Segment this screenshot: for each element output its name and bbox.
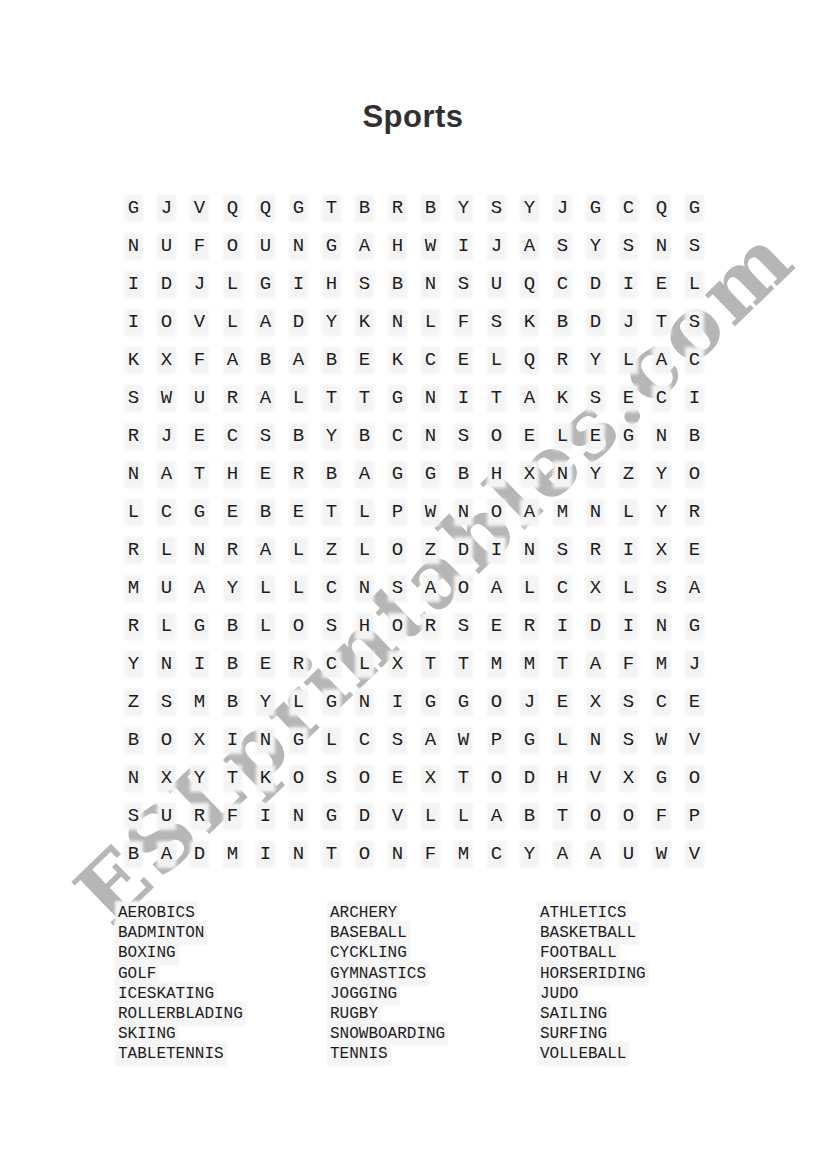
grid-cell-r18c12[interactable]: C bbox=[480, 835, 513, 873]
grid-cell-r2c3[interactable]: F bbox=[183, 227, 216, 265]
grid-cell-r16c8[interactable]: O bbox=[348, 759, 381, 797]
grid-cell-r9c1[interactable]: L bbox=[117, 493, 150, 531]
grid-cell-r10c17[interactable]: X bbox=[645, 531, 678, 569]
grid-cell-r14c17[interactable]: C bbox=[645, 683, 678, 721]
grid-cell-r15c14[interactable]: L bbox=[546, 721, 579, 759]
grid-cell-r6c10[interactable]: N bbox=[414, 379, 447, 417]
grid-cell-r16c7[interactable]: S bbox=[315, 759, 348, 797]
grid-cell-r13c16[interactable]: F bbox=[612, 645, 645, 683]
grid-cell-r1c4[interactable]: Q bbox=[216, 189, 249, 227]
grid-cell-r10c3[interactable]: N bbox=[183, 531, 216, 569]
grid-cell-r14c3[interactable]: M bbox=[183, 683, 216, 721]
grid-cell-r5c13[interactable]: Q bbox=[513, 341, 546, 379]
grid-cell-r6c17[interactable]: C bbox=[645, 379, 678, 417]
grid-cell-r8c18[interactable]: O bbox=[678, 455, 711, 493]
grid-cell-r12c1[interactable]: R bbox=[117, 607, 150, 645]
grid-cell-r17c4[interactable]: F bbox=[216, 797, 249, 835]
grid-cell-r10c6[interactable]: L bbox=[282, 531, 315, 569]
grid-cell-r10c15[interactable]: R bbox=[579, 531, 612, 569]
grid-cell-r17c10[interactable]: L bbox=[414, 797, 447, 835]
grid-cell-r14c8[interactable]: N bbox=[348, 683, 381, 721]
grid-cell-r2c12[interactable]: J bbox=[480, 227, 513, 265]
grid-cell-r7c6[interactable]: B bbox=[282, 417, 315, 455]
grid-cell-r12c16[interactable]: I bbox=[612, 607, 645, 645]
grid-cell-r4c13[interactable]: K bbox=[513, 303, 546, 341]
grid-cell-r8c2[interactable]: A bbox=[150, 455, 183, 493]
grid-cell-r13c7[interactable]: C bbox=[315, 645, 348, 683]
grid-cell-r14c7[interactable]: G bbox=[315, 683, 348, 721]
grid-cell-r10c10[interactable]: Z bbox=[414, 531, 447, 569]
grid-cell-r16c16[interactable]: X bbox=[612, 759, 645, 797]
grid-cell-r9c11[interactable]: N bbox=[447, 493, 480, 531]
grid-cell-r3c7[interactable]: H bbox=[315, 265, 348, 303]
grid-cell-r7c18[interactable]: B bbox=[678, 417, 711, 455]
grid-cell-r3c6[interactable]: I bbox=[282, 265, 315, 303]
grid-cell-r6c5[interactable]: A bbox=[249, 379, 282, 417]
grid-cell-r15c18[interactable]: V bbox=[678, 721, 711, 759]
grid-cell-r3c16[interactable]: I bbox=[612, 265, 645, 303]
grid-cell-r17c16[interactable]: O bbox=[612, 797, 645, 835]
grid-cell-r18c1[interactable]: B bbox=[117, 835, 150, 873]
grid-cell-r8c12[interactable]: H bbox=[480, 455, 513, 493]
grid-cell-r15c1[interactable]: B bbox=[117, 721, 150, 759]
grid-cell-r18c18[interactable]: V bbox=[678, 835, 711, 873]
grid-cell-r5c11[interactable]: E bbox=[447, 341, 480, 379]
grid-cell-r17c15[interactable]: O bbox=[579, 797, 612, 835]
grid-cell-r18c9[interactable]: N bbox=[381, 835, 414, 873]
grid-cell-r16c14[interactable]: H bbox=[546, 759, 579, 797]
grid-cell-r4c3[interactable]: V bbox=[183, 303, 216, 341]
grid-cell-r17c8[interactable]: D bbox=[348, 797, 381, 835]
grid-cell-r6c9[interactable]: G bbox=[381, 379, 414, 417]
grid-cell-r8c6[interactable]: R bbox=[282, 455, 315, 493]
grid-cell-r18c16[interactable]: U bbox=[612, 835, 645, 873]
grid-cell-r2c17[interactable]: N bbox=[645, 227, 678, 265]
grid-cell-r14c11[interactable]: G bbox=[447, 683, 480, 721]
grid-cell-r18c3[interactable]: D bbox=[183, 835, 216, 873]
grid-cell-r18c7[interactable]: T bbox=[315, 835, 348, 873]
grid-cell-r7c17[interactable]: N bbox=[645, 417, 678, 455]
grid-cell-r7c12[interactable]: O bbox=[480, 417, 513, 455]
grid-cell-r15c4[interactable]: I bbox=[216, 721, 249, 759]
grid-cell-r2c1[interactable]: N bbox=[117, 227, 150, 265]
grid-cell-r12c15[interactable]: D bbox=[579, 607, 612, 645]
grid-cell-r1c15[interactable]: G bbox=[579, 189, 612, 227]
grid-cell-r2c10[interactable]: W bbox=[414, 227, 447, 265]
grid-cell-r16c3[interactable]: Y bbox=[183, 759, 216, 797]
grid-cell-r3c12[interactable]: U bbox=[480, 265, 513, 303]
grid-cell-r18c6[interactable]: N bbox=[282, 835, 315, 873]
grid-cell-r5c18[interactable]: C bbox=[678, 341, 711, 379]
grid-cell-r13c5[interactable]: E bbox=[249, 645, 282, 683]
grid-cell-r13c8[interactable]: L bbox=[348, 645, 381, 683]
grid-cell-r14c9[interactable]: I bbox=[381, 683, 414, 721]
grid-cell-r12c17[interactable]: N bbox=[645, 607, 678, 645]
grid-cell-r4c9[interactable]: N bbox=[381, 303, 414, 341]
grid-cell-r8c5[interactable]: E bbox=[249, 455, 282, 493]
grid-cell-r12c8[interactable]: H bbox=[348, 607, 381, 645]
grid-cell-r11c4[interactable]: Y bbox=[216, 569, 249, 607]
grid-cell-r4c1[interactable]: I bbox=[117, 303, 150, 341]
grid-cell-r12c11[interactable]: S bbox=[447, 607, 480, 645]
grid-cell-r7c9[interactable]: C bbox=[381, 417, 414, 455]
grid-cell-r1c7[interactable]: T bbox=[315, 189, 348, 227]
grid-cell-r1c11[interactable]: Y bbox=[447, 189, 480, 227]
grid-cell-r15c16[interactable]: S bbox=[612, 721, 645, 759]
grid-cell-r6c2[interactable]: W bbox=[150, 379, 183, 417]
grid-cell-r9c14[interactable]: M bbox=[546, 493, 579, 531]
grid-cell-r12c3[interactable]: G bbox=[183, 607, 216, 645]
grid-cell-r16c9[interactable]: E bbox=[381, 759, 414, 797]
grid-cell-r18c10[interactable]: F bbox=[414, 835, 447, 873]
grid-cell-r13c13[interactable]: M bbox=[513, 645, 546, 683]
grid-cell-r4c10[interactable]: L bbox=[414, 303, 447, 341]
grid-cell-r9c7[interactable]: T bbox=[315, 493, 348, 531]
grid-cell-r13c10[interactable]: T bbox=[414, 645, 447, 683]
grid-cell-r8c10[interactable]: G bbox=[414, 455, 447, 493]
grid-cell-r4c7[interactable]: Y bbox=[315, 303, 348, 341]
grid-cell-r7c15[interactable]: E bbox=[579, 417, 612, 455]
grid-cell-r17c2[interactable]: U bbox=[150, 797, 183, 835]
grid-cell-r8c13[interactable]: X bbox=[513, 455, 546, 493]
grid-cell-r4c8[interactable]: K bbox=[348, 303, 381, 341]
grid-cell-r12c7[interactable]: S bbox=[315, 607, 348, 645]
grid-cell-r6c11[interactable]: I bbox=[447, 379, 480, 417]
grid-cell-r12c18[interactable]: G bbox=[678, 607, 711, 645]
grid-cell-r6c13[interactable]: A bbox=[513, 379, 546, 417]
grid-cell-r7c13[interactable]: E bbox=[513, 417, 546, 455]
grid-cell-r12c14[interactable]: I bbox=[546, 607, 579, 645]
grid-cell-r17c11[interactable]: L bbox=[447, 797, 480, 835]
grid-cell-r13c15[interactable]: A bbox=[579, 645, 612, 683]
grid-cell-r1c3[interactable]: V bbox=[183, 189, 216, 227]
grid-cell-r9c3[interactable]: G bbox=[183, 493, 216, 531]
grid-cell-r13c1[interactable]: Y bbox=[117, 645, 150, 683]
grid-cell-r14c5[interactable]: Y bbox=[249, 683, 282, 721]
grid-cell-r7c1[interactable]: R bbox=[117, 417, 150, 455]
grid-cell-r9c13[interactable]: A bbox=[513, 493, 546, 531]
grid-cell-r4c2[interactable]: O bbox=[150, 303, 183, 341]
grid-cell-r1c5[interactable]: Q bbox=[249, 189, 282, 227]
grid-cell-r15c17[interactable]: W bbox=[645, 721, 678, 759]
grid-cell-r14c14[interactable]: E bbox=[546, 683, 579, 721]
grid-cell-r12c6[interactable]: O bbox=[282, 607, 315, 645]
grid-cell-r15c9[interactable]: S bbox=[381, 721, 414, 759]
grid-cell-r10c7[interactable]: Z bbox=[315, 531, 348, 569]
grid-cell-r5c10[interactable]: C bbox=[414, 341, 447, 379]
grid-cell-r10c8[interactable]: L bbox=[348, 531, 381, 569]
grid-cell-r11c9[interactable]: S bbox=[381, 569, 414, 607]
grid-cell-r14c6[interactable]: L bbox=[282, 683, 315, 721]
grid-cell-r11c3[interactable]: A bbox=[183, 569, 216, 607]
grid-cell-r15c5[interactable]: N bbox=[249, 721, 282, 759]
grid-cell-r13c6[interactable]: R bbox=[282, 645, 315, 683]
grid-cell-r18c11[interactable]: M bbox=[447, 835, 480, 873]
grid-cell-r6c12[interactable]: T bbox=[480, 379, 513, 417]
grid-cell-r16c17[interactable]: G bbox=[645, 759, 678, 797]
grid-cell-r13c12[interactable]: M bbox=[480, 645, 513, 683]
grid-cell-r3c8[interactable]: S bbox=[348, 265, 381, 303]
grid-cell-r10c14[interactable]: S bbox=[546, 531, 579, 569]
grid-cell-r7c10[interactable]: N bbox=[414, 417, 447, 455]
grid-cell-r13c17[interactable]: M bbox=[645, 645, 678, 683]
grid-cell-r16c6[interactable]: O bbox=[282, 759, 315, 797]
grid-cell-r6c3[interactable]: U bbox=[183, 379, 216, 417]
grid-cell-r9c16[interactable]: L bbox=[612, 493, 645, 531]
grid-cell-r5c17[interactable]: A bbox=[645, 341, 678, 379]
grid-cell-r13c18[interactable]: J bbox=[678, 645, 711, 683]
grid-cell-r5c9[interactable]: K bbox=[381, 341, 414, 379]
grid-cell-r11c2[interactable]: U bbox=[150, 569, 183, 607]
grid-cell-r4c17[interactable]: T bbox=[645, 303, 678, 341]
grid-cell-r18c15[interactable]: A bbox=[579, 835, 612, 873]
grid-cell-r12c2[interactable]: L bbox=[150, 607, 183, 645]
grid-cell-r8c1[interactable]: N bbox=[117, 455, 150, 493]
grid-cell-r10c12[interactable]: I bbox=[480, 531, 513, 569]
grid-cell-r4c12[interactable]: S bbox=[480, 303, 513, 341]
grid-cell-r2c8[interactable]: A bbox=[348, 227, 381, 265]
grid-cell-r2c7[interactable]: G bbox=[315, 227, 348, 265]
grid-cell-r15c12[interactable]: P bbox=[480, 721, 513, 759]
grid-cell-r7c3[interactable]: E bbox=[183, 417, 216, 455]
grid-cell-r8c17[interactable]: Y bbox=[645, 455, 678, 493]
grid-cell-r1c2[interactable]: J bbox=[150, 189, 183, 227]
grid-cell-r17c6[interactable]: N bbox=[282, 797, 315, 835]
grid-cell-r3c4[interactable]: L bbox=[216, 265, 249, 303]
grid-cell-r2c11[interactable]: I bbox=[447, 227, 480, 265]
grid-cell-r8c7[interactable]: B bbox=[315, 455, 348, 493]
grid-cell-r12c13[interactable]: R bbox=[513, 607, 546, 645]
grid-cell-r11c15[interactable]: X bbox=[579, 569, 612, 607]
grid-cell-r7c4[interactable]: C bbox=[216, 417, 249, 455]
grid-cell-r15c11[interactable]: W bbox=[447, 721, 480, 759]
grid-cell-r17c9[interactable]: V bbox=[381, 797, 414, 835]
grid-cell-r14c4[interactable]: B bbox=[216, 683, 249, 721]
grid-cell-r4c5[interactable]: A bbox=[249, 303, 282, 341]
grid-cell-r10c11[interactable]: D bbox=[447, 531, 480, 569]
grid-cell-r6c15[interactable]: S bbox=[579, 379, 612, 417]
grid-cell-r11c14[interactable]: C bbox=[546, 569, 579, 607]
grid-cell-r3c1[interactable]: I bbox=[117, 265, 150, 303]
grid-cell-r7c7[interactable]: Y bbox=[315, 417, 348, 455]
grid-cell-r1c8[interactable]: B bbox=[348, 189, 381, 227]
grid-cell-r6c6[interactable]: L bbox=[282, 379, 315, 417]
grid-cell-r1c9[interactable]: R bbox=[381, 189, 414, 227]
grid-cell-r6c7[interactable]: T bbox=[315, 379, 348, 417]
grid-cell-r5c12[interactable]: L bbox=[480, 341, 513, 379]
grid-cell-r12c10[interactable]: R bbox=[414, 607, 447, 645]
grid-cell-r14c2[interactable]: S bbox=[150, 683, 183, 721]
grid-cell-r8c11[interactable]: B bbox=[447, 455, 480, 493]
grid-cell-r4c6[interactable]: D bbox=[282, 303, 315, 341]
grid-cell-r3c18[interactable]: L bbox=[678, 265, 711, 303]
grid-cell-r10c5[interactable]: A bbox=[249, 531, 282, 569]
grid-cell-r9c9[interactable]: P bbox=[381, 493, 414, 531]
grid-cell-r12c5[interactable]: L bbox=[249, 607, 282, 645]
grid-cell-r7c5[interactable]: S bbox=[249, 417, 282, 455]
grid-cell-r2c6[interactable]: N bbox=[282, 227, 315, 265]
grid-cell-r9c18[interactable]: R bbox=[678, 493, 711, 531]
grid-cell-r11c17[interactable]: S bbox=[645, 569, 678, 607]
grid-cell-r3c3[interactable]: J bbox=[183, 265, 216, 303]
grid-cell-r8c15[interactable]: Y bbox=[579, 455, 612, 493]
grid-cell-r1c6[interactable]: G bbox=[282, 189, 315, 227]
grid-cell-r14c12[interactable]: O bbox=[480, 683, 513, 721]
grid-cell-r18c17[interactable]: W bbox=[645, 835, 678, 873]
grid-cell-r11c11[interactable]: O bbox=[447, 569, 480, 607]
grid-cell-r7c2[interactable]: J bbox=[150, 417, 183, 455]
grid-cell-r2c14[interactable]: S bbox=[546, 227, 579, 265]
grid-cell-r11c16[interactable]: L bbox=[612, 569, 645, 607]
grid-cell-r2c4[interactable]: O bbox=[216, 227, 249, 265]
grid-cell-r17c17[interactable]: F bbox=[645, 797, 678, 835]
grid-cell-r17c7[interactable]: G bbox=[315, 797, 348, 835]
grid-cell-r9c17[interactable]: Y bbox=[645, 493, 678, 531]
grid-cell-r18c2[interactable]: A bbox=[150, 835, 183, 873]
grid-cell-r18c14[interactable]: A bbox=[546, 835, 579, 873]
grid-cell-r4c4[interactable]: L bbox=[216, 303, 249, 341]
grid-cell-r5c16[interactable]: L bbox=[612, 341, 645, 379]
grid-cell-r5c2[interactable]: X bbox=[150, 341, 183, 379]
grid-cell-r10c1[interactable]: R bbox=[117, 531, 150, 569]
grid-cell-r13c4[interactable]: B bbox=[216, 645, 249, 683]
grid-cell-r5c6[interactable]: A bbox=[282, 341, 315, 379]
grid-cell-r2c13[interactable]: A bbox=[513, 227, 546, 265]
grid-cell-r8c16[interactable]: Z bbox=[612, 455, 645, 493]
grid-cell-r14c13[interactable]: J bbox=[513, 683, 546, 721]
grid-cell-r2c15[interactable]: Y bbox=[579, 227, 612, 265]
grid-cell-r15c8[interactable]: C bbox=[348, 721, 381, 759]
grid-cell-r9c8[interactable]: L bbox=[348, 493, 381, 531]
grid-cell-r5c7[interactable]: B bbox=[315, 341, 348, 379]
grid-cell-r9c2[interactable]: C bbox=[150, 493, 183, 531]
grid-cell-r12c4[interactable]: B bbox=[216, 607, 249, 645]
grid-cell-r11c5[interactable]: L bbox=[249, 569, 282, 607]
grid-cell-r16c2[interactable]: X bbox=[150, 759, 183, 797]
grid-cell-r3c2[interactable]: D bbox=[150, 265, 183, 303]
grid-cell-r8c8[interactable]: A bbox=[348, 455, 381, 493]
grid-cell-r11c1[interactable]: M bbox=[117, 569, 150, 607]
grid-cell-r1c12[interactable]: S bbox=[480, 189, 513, 227]
grid-cell-r13c9[interactable]: X bbox=[381, 645, 414, 683]
grid-cell-r2c2[interactable]: U bbox=[150, 227, 183, 265]
grid-cell-r1c1[interactable]: G bbox=[117, 189, 150, 227]
grid-cell-r2c5[interactable]: U bbox=[249, 227, 282, 265]
grid-cell-r10c13[interactable]: N bbox=[513, 531, 546, 569]
grid-cell-r15c7[interactable]: L bbox=[315, 721, 348, 759]
grid-cell-r3c17[interactable]: E bbox=[645, 265, 678, 303]
grid-cell-r2c16[interactable]: S bbox=[612, 227, 645, 265]
grid-cell-r5c5[interactable]: B bbox=[249, 341, 282, 379]
grid-cell-r11c10[interactable]: A bbox=[414, 569, 447, 607]
grid-cell-r6c1[interactable]: S bbox=[117, 379, 150, 417]
grid-cell-r7c11[interactable]: S bbox=[447, 417, 480, 455]
grid-cell-r18c13[interactable]: Y bbox=[513, 835, 546, 873]
grid-cell-r16c1[interactable]: N bbox=[117, 759, 150, 797]
grid-cell-r17c18[interactable]: P bbox=[678, 797, 711, 835]
grid-cell-r5c1[interactable]: K bbox=[117, 341, 150, 379]
grid-cell-r15c10[interactable]: A bbox=[414, 721, 447, 759]
grid-cell-r9c4[interactable]: E bbox=[216, 493, 249, 531]
grid-cell-r13c3[interactable]: I bbox=[183, 645, 216, 683]
grid-cell-r9c12[interactable]: O bbox=[480, 493, 513, 531]
grid-cell-r11c12[interactable]: A bbox=[480, 569, 513, 607]
grid-cell-r10c18[interactable]: E bbox=[678, 531, 711, 569]
grid-cell-r16c10[interactable]: X bbox=[414, 759, 447, 797]
grid-cell-r11c8[interactable]: N bbox=[348, 569, 381, 607]
grid-cell-r16c12[interactable]: O bbox=[480, 759, 513, 797]
grid-cell-r14c15[interactable]: X bbox=[579, 683, 612, 721]
grid-cell-r4c18[interactable]: S bbox=[678, 303, 711, 341]
grid-cell-r10c2[interactable]: L bbox=[150, 531, 183, 569]
grid-cell-r7c14[interactable]: L bbox=[546, 417, 579, 455]
grid-cell-r18c8[interactable]: O bbox=[348, 835, 381, 873]
grid-cell-r1c17[interactable]: Q bbox=[645, 189, 678, 227]
grid-cell-r1c10[interactable]: B bbox=[414, 189, 447, 227]
grid-cell-r5c3[interactable]: F bbox=[183, 341, 216, 379]
grid-cell-r13c14[interactable]: T bbox=[546, 645, 579, 683]
grid-cell-r10c4[interactable]: R bbox=[216, 531, 249, 569]
grid-cell-r2c18[interactable]: S bbox=[678, 227, 711, 265]
grid-cell-r11c13[interactable]: L bbox=[513, 569, 546, 607]
grid-cell-r9c6[interactable]: E bbox=[282, 493, 315, 531]
grid-cell-r3c10[interactable]: N bbox=[414, 265, 447, 303]
grid-cell-r5c8[interactable]: E bbox=[348, 341, 381, 379]
grid-cell-r4c14[interactable]: B bbox=[546, 303, 579, 341]
grid-cell-r16c13[interactable]: D bbox=[513, 759, 546, 797]
grid-cell-r15c15[interactable]: N bbox=[579, 721, 612, 759]
grid-cell-r16c5[interactable]: K bbox=[249, 759, 282, 797]
grid-cell-r15c2[interactable]: O bbox=[150, 721, 183, 759]
grid-cell-r17c14[interactable]: T bbox=[546, 797, 579, 835]
grid-cell-r6c18[interactable]: I bbox=[678, 379, 711, 417]
grid-cell-r14c1[interactable]: Z bbox=[117, 683, 150, 721]
grid-cell-r17c13[interactable]: B bbox=[513, 797, 546, 835]
grid-cell-r3c5[interactable]: G bbox=[249, 265, 282, 303]
grid-cell-r5c4[interactable]: A bbox=[216, 341, 249, 379]
grid-cell-r3c13[interactable]: Q bbox=[513, 265, 546, 303]
grid-cell-r17c3[interactable]: R bbox=[183, 797, 216, 835]
grid-cell-r3c14[interactable]: C bbox=[546, 265, 579, 303]
grid-cell-r5c15[interactable]: Y bbox=[579, 341, 612, 379]
grid-cell-r11c6[interactable]: L bbox=[282, 569, 315, 607]
grid-cell-r6c4[interactable]: R bbox=[216, 379, 249, 417]
grid-cell-r6c14[interactable]: K bbox=[546, 379, 579, 417]
grid-cell-r15c3[interactable]: X bbox=[183, 721, 216, 759]
grid-cell-r16c4[interactable]: T bbox=[216, 759, 249, 797]
grid-cell-r1c14[interactable]: J bbox=[546, 189, 579, 227]
grid-cell-r7c16[interactable]: G bbox=[612, 417, 645, 455]
grid-cell-r4c15[interactable]: D bbox=[579, 303, 612, 341]
grid-cell-r8c9[interactable]: G bbox=[381, 455, 414, 493]
grid-cell-r5c14[interactable]: R bbox=[546, 341, 579, 379]
grid-cell-r11c18[interactable]: A bbox=[678, 569, 711, 607]
grid-cell-r12c9[interactable]: O bbox=[381, 607, 414, 645]
grid-cell-r17c1[interactable]: S bbox=[117, 797, 150, 835]
grid-cell-r9c10[interactable]: W bbox=[414, 493, 447, 531]
grid-cell-r12c12[interactable]: E bbox=[480, 607, 513, 645]
grid-cell-r13c11[interactable]: T bbox=[447, 645, 480, 683]
grid-cell-r7c8[interactable]: B bbox=[348, 417, 381, 455]
grid-cell-r8c14[interactable]: N bbox=[546, 455, 579, 493]
grid-cell-r4c11[interactable]: F bbox=[447, 303, 480, 341]
grid-cell-r14c10[interactable]: G bbox=[414, 683, 447, 721]
grid-cell-r17c5[interactable]: I bbox=[249, 797, 282, 835]
grid-cell-r3c11[interactable]: S bbox=[447, 265, 480, 303]
grid-cell-r4c16[interactable]: J bbox=[612, 303, 645, 341]
grid-cell-r17c12[interactable]: A bbox=[480, 797, 513, 835]
grid-cell-r10c16[interactable]: I bbox=[612, 531, 645, 569]
